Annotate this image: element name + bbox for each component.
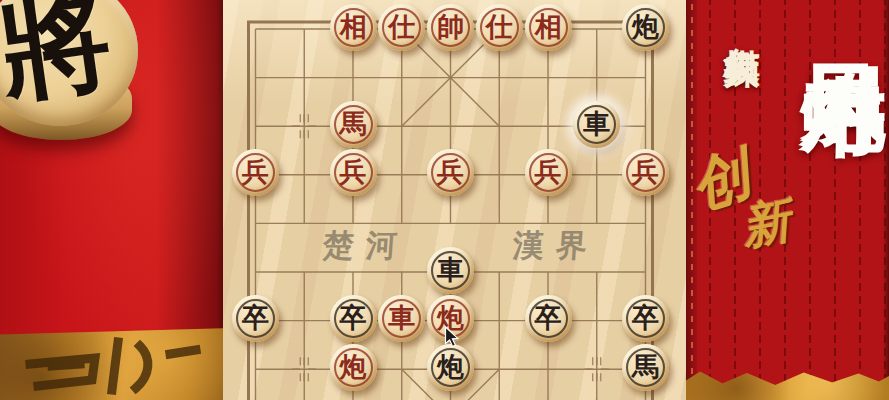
- piece-red-仕-c3r0[interactable]: 仕: [378, 4, 425, 51]
- piece-glyph: 卒: [340, 304, 367, 331]
- piece-black-車-c4r5[interactable]: 車: [427, 247, 474, 294]
- main-title: 中炮对屏风: [778, 4, 888, 400]
- piece-glyph: 相: [340, 13, 367, 40]
- piece-glyph: 兵: [632, 158, 659, 185]
- jiang-glyph: 將: [0, 0, 117, 108]
- piece-red-炮-c2r7[interactable]: 炮: [330, 344, 377, 391]
- piece-glyph: 馬: [632, 353, 659, 380]
- gold-stone-carving: [0, 328, 232, 400]
- piece-black-炮-c8r0[interactable]: 炮: [622, 4, 669, 51]
- piece-red-兵-c8r3[interactable]: 兵: [622, 149, 669, 196]
- title-panel: 象棋大师 创 新 中炮对屏风: [686, 0, 889, 400]
- piece-glyph: 炮: [340, 353, 367, 380]
- piece-black-車-c7r2[interactable]: 車: [573, 101, 620, 148]
- piece-glyph: 車: [437, 256, 464, 283]
- piece-black-卒-c2r6[interactable]: 卒: [330, 295, 377, 342]
- piece-red-相-c2r0[interactable]: 相: [330, 4, 377, 51]
- piece-glyph: 卒: [242, 304, 269, 331]
- left-decor-panel: 將: [0, 0, 223, 400]
- piece-glyph: 仕: [486, 13, 513, 40]
- piece-glyph: 馬: [340, 110, 367, 137]
- xiangqi-board[interactable]: 楚河 漢界 相仕帥仕相炮馬車兵兵兵兵兵車卒卒車炮卒卒炮炮馬: [223, 0, 686, 400]
- panel-left-edge: [686, 0, 697, 400]
- piece-glyph: 兵: [535, 158, 562, 185]
- piece-red-帥-c4r0[interactable]: 帥: [427, 4, 474, 51]
- piece-glyph: 炮: [437, 353, 464, 380]
- piece-glyph: 兵: [437, 158, 464, 185]
- piece-glyph: 帥: [437, 13, 464, 40]
- piece-red-仕-c5r0[interactable]: 仕: [476, 4, 523, 51]
- carved-strokes: [0, 328, 232, 400]
- screenshot-root: 將 楚河 漢界 相仕帥仕相炮馬車兵兵兵兵兵車卒卒車炮卒卒炮炮馬: [0, 0, 889, 400]
- piece-glyph: 車: [388, 304, 415, 331]
- piece-red-相-c6r0[interactable]: 相: [525, 4, 572, 51]
- piece-glyph: 相: [535, 13, 562, 40]
- piece-red-兵-c6r3[interactable]: 兵: [525, 149, 572, 196]
- river-label-han-jie: 漢界: [512, 227, 601, 263]
- piece-black-馬-c8r7[interactable]: 馬: [622, 344, 669, 391]
- piece-black-卒-c0r6[interactable]: 卒: [232, 295, 279, 342]
- piece-glyph: 仕: [388, 13, 415, 40]
- piece-glyph: 卒: [632, 304, 659, 331]
- piece-glyph: 炮: [632, 13, 659, 40]
- piece-glyph: 卒: [535, 304, 562, 331]
- piece-red-車-c3r6[interactable]: 車: [378, 295, 425, 342]
- piece-glyph: 兵: [340, 158, 367, 185]
- piece-red-兵-c2r3[interactable]: 兵: [330, 149, 377, 196]
- mouse-cursor: [444, 326, 460, 348]
- piece-black-卒-c6r6[interactable]: 卒: [525, 295, 572, 342]
- piece-red-兵-c0r3[interactable]: 兵: [232, 149, 279, 196]
- piece-black-卒-c8r6[interactable]: 卒: [622, 295, 669, 342]
- river-label-chu-he: 楚河: [322, 227, 411, 263]
- piece-red-兵-c4r3[interactable]: 兵: [427, 149, 474, 196]
- jiang-piece-photo: 將: [0, 0, 140, 152]
- piece-black-炮-c4r7[interactable]: 炮: [427, 344, 474, 391]
- piece-glyph: 兵: [242, 158, 269, 185]
- piece-red-馬-c2r2[interactable]: 馬: [330, 101, 377, 148]
- piece-glyph: 車: [583, 110, 610, 137]
